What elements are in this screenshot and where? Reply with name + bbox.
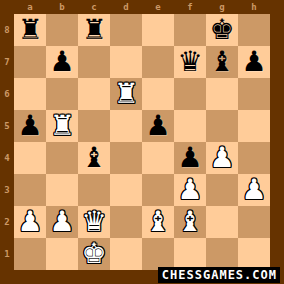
square-h7[interactable]: ♟ xyxy=(238,46,270,78)
square-f4[interactable]: ♟ xyxy=(174,142,206,174)
square-h5[interactable] xyxy=(238,110,270,142)
square-d7[interactable] xyxy=(110,46,142,78)
file-label-d: d xyxy=(110,2,142,12)
rank-label-7: 7 xyxy=(0,46,14,78)
piece-white-rook[interactable]: ♜ xyxy=(113,78,138,110)
square-e1[interactable] xyxy=(142,238,174,270)
rank-label-2: 2 xyxy=(0,206,14,238)
square-b4[interactable] xyxy=(46,142,78,174)
square-a6[interactable] xyxy=(14,78,46,110)
square-a2[interactable]: ♟ xyxy=(14,206,46,238)
piece-black-pawn[interactable]: ♟ xyxy=(177,142,202,174)
piece-black-bishop[interactable]: ♝ xyxy=(81,142,106,174)
square-d8[interactable] xyxy=(110,14,142,46)
square-e6[interactable] xyxy=(142,78,174,110)
square-g5[interactable] xyxy=(206,110,238,142)
square-a7[interactable] xyxy=(14,46,46,78)
piece-black-bishop[interactable]: ♝ xyxy=(209,46,234,78)
file-label-e: e xyxy=(142,2,174,12)
square-h2[interactable] xyxy=(238,206,270,238)
square-h4[interactable] xyxy=(238,142,270,174)
rank-label-3: 3 xyxy=(0,174,14,206)
chess-diagram: abcdefgh 87654321 ♜♜♚♟♛♝♟♜♟♜♟♝♟♟♟♟♟♟♛♝♝♚… xyxy=(0,0,284,284)
piece-white-pawn[interactable]: ♟ xyxy=(209,142,234,174)
square-f3[interactable]: ♟ xyxy=(174,174,206,206)
square-c4[interactable]: ♝ xyxy=(78,142,110,174)
square-c5[interactable] xyxy=(78,110,110,142)
rank-label-6: 6 xyxy=(0,78,14,110)
square-d1[interactable] xyxy=(110,238,142,270)
square-f8[interactable] xyxy=(174,14,206,46)
piece-white-king[interactable]: ♚ xyxy=(81,238,106,270)
piece-black-pawn[interactable]: ♟ xyxy=(145,110,170,142)
square-d5[interactable] xyxy=(110,110,142,142)
square-g2[interactable] xyxy=(206,206,238,238)
piece-white-queen[interactable]: ♛ xyxy=(81,206,106,238)
piece-white-rook[interactable]: ♜ xyxy=(49,110,74,142)
square-f6[interactable] xyxy=(174,78,206,110)
square-d6[interactable]: ♜ xyxy=(110,78,142,110)
square-e2[interactable]: ♝ xyxy=(142,206,174,238)
square-a1[interactable] xyxy=(14,238,46,270)
square-c8[interactable]: ♜ xyxy=(78,14,110,46)
square-g3[interactable] xyxy=(206,174,238,206)
piece-white-bishop[interactable]: ♝ xyxy=(177,206,202,238)
piece-white-pawn[interactable]: ♟ xyxy=(17,206,42,238)
square-e5[interactable]: ♟ xyxy=(142,110,174,142)
square-b2[interactable]: ♟ xyxy=(46,206,78,238)
piece-black-rook[interactable]: ♜ xyxy=(81,14,106,46)
file-label-a: a xyxy=(14,2,46,12)
square-b3[interactable] xyxy=(46,174,78,206)
file-label-b: b xyxy=(46,2,78,12)
piece-black-rook[interactable]: ♜ xyxy=(17,14,42,46)
square-g6[interactable] xyxy=(206,78,238,110)
square-c6[interactable] xyxy=(78,78,110,110)
square-b5[interactable]: ♜ xyxy=(46,110,78,142)
square-a5[interactable]: ♟ xyxy=(14,110,46,142)
file-label-g: g xyxy=(206,2,238,12)
square-a4[interactable] xyxy=(14,142,46,174)
chess-board: ♜♜♚♟♛♝♟♜♟♜♟♝♟♟♟♟♟♟♛♝♝♚ xyxy=(14,14,270,270)
square-a8[interactable]: ♜ xyxy=(14,14,46,46)
piece-white-bishop[interactable]: ♝ xyxy=(145,206,170,238)
square-h6[interactable] xyxy=(238,78,270,110)
piece-black-pawn[interactable]: ♟ xyxy=(17,110,42,142)
rank-label-1: 1 xyxy=(0,238,14,270)
piece-black-pawn[interactable]: ♟ xyxy=(241,46,266,78)
square-c1[interactable]: ♚ xyxy=(78,238,110,270)
square-f1[interactable] xyxy=(174,238,206,270)
square-d3[interactable] xyxy=(110,174,142,206)
square-f7[interactable]: ♛ xyxy=(174,46,206,78)
square-e8[interactable] xyxy=(142,14,174,46)
square-f2[interactable]: ♝ xyxy=(174,206,206,238)
square-d4[interactable] xyxy=(110,142,142,174)
square-f5[interactable] xyxy=(174,110,206,142)
piece-white-pawn[interactable]: ♟ xyxy=(49,206,74,238)
square-a3[interactable] xyxy=(14,174,46,206)
square-e3[interactable] xyxy=(142,174,174,206)
square-g1[interactable] xyxy=(206,238,238,270)
piece-black-king[interactable]: ♚ xyxy=(209,14,234,46)
file-label-c: c xyxy=(78,2,110,12)
piece-black-queen[interactable]: ♛ xyxy=(177,46,202,78)
square-e7[interactable] xyxy=(142,46,174,78)
rank-label-4: 4 xyxy=(0,142,14,174)
piece-black-pawn[interactable]: ♟ xyxy=(49,46,74,78)
square-e4[interactable] xyxy=(142,142,174,174)
square-b6[interactable] xyxy=(46,78,78,110)
square-g8[interactable]: ♚ xyxy=(206,14,238,46)
square-d2[interactable] xyxy=(110,206,142,238)
square-h3[interactable]: ♟ xyxy=(238,174,270,206)
square-c3[interactable] xyxy=(78,174,110,206)
square-b7[interactable]: ♟ xyxy=(46,46,78,78)
square-b8[interactable] xyxy=(46,14,78,46)
piece-white-pawn[interactable]: ♟ xyxy=(177,174,202,206)
rank-label-8: 8 xyxy=(0,14,14,46)
square-c2[interactable]: ♛ xyxy=(78,206,110,238)
brand-watermark: CHESSGAMES.COM xyxy=(158,267,280,283)
square-g7[interactable]: ♝ xyxy=(206,46,238,78)
square-b1[interactable] xyxy=(46,238,78,270)
file-label-h: h xyxy=(238,2,270,12)
rank-label-5: 5 xyxy=(0,110,14,142)
square-h8[interactable] xyxy=(238,14,270,46)
square-h1[interactable] xyxy=(238,238,270,270)
square-c7[interactable] xyxy=(78,46,110,78)
piece-white-pawn[interactable]: ♟ xyxy=(241,174,266,206)
file-label-f: f xyxy=(174,2,206,12)
square-g4[interactable]: ♟ xyxy=(206,142,238,174)
